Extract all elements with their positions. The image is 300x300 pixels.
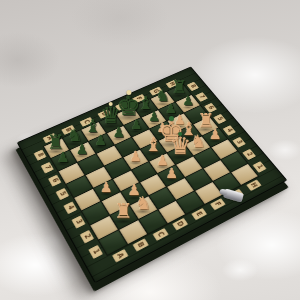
rank-label-1: 1 [89, 245, 103, 259]
rank-label-6: 6 [48, 175, 61, 187]
rank-label-5: 5 [56, 188, 69, 200]
rank-label-3: 3 [72, 216, 85, 229]
rank-label-2: 2 [80, 230, 94, 243]
rank-label-7: 7 [41, 162, 53, 173]
chess-board-wrap: 87654321 87654321 HGFEDCBA HGFEDCBA [28, 61, 271, 261]
fur-background: 87654321 87654321 HGFEDCBA HGFEDCBA ♜♞♝♛… [0, 0, 300, 300]
rank-label-8: 8 [34, 150, 46, 161]
rank-label-4: 4 [64, 202, 77, 214]
